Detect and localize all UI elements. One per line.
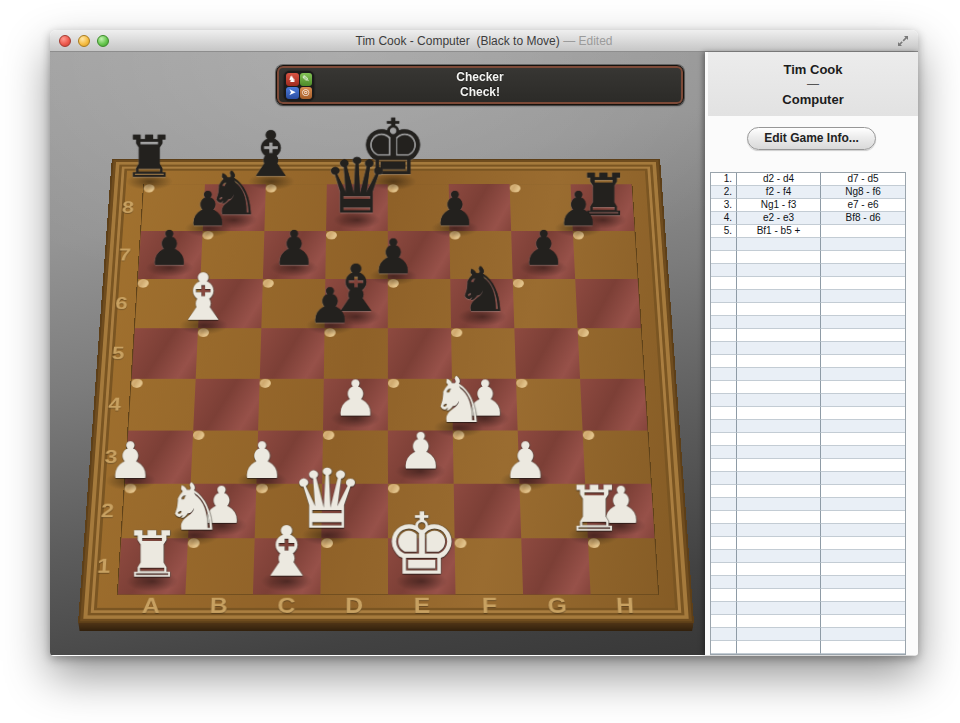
black-rook-a8[interactable]: ♜ xyxy=(123,128,174,185)
black-move xyxy=(821,641,905,654)
move-number xyxy=(711,329,737,342)
move-list-table: 1.d2 - d4d7 - d52.f2 - f4Ng8 - f63.Ng1 -… xyxy=(710,172,906,655)
move-row-empty xyxy=(711,264,905,277)
move-row-empty xyxy=(711,420,905,433)
move-row-empty xyxy=(711,589,905,602)
file-label-d: D xyxy=(320,594,388,618)
white-move xyxy=(737,238,821,251)
move-number xyxy=(711,342,737,355)
move-row-empty xyxy=(711,433,905,446)
black-move xyxy=(821,368,905,381)
white-move xyxy=(737,654,821,655)
move-row-empty xyxy=(711,446,905,459)
square-h4[interactable] xyxy=(580,379,647,431)
black-move: Ng8 - f6 xyxy=(821,186,905,199)
white-move xyxy=(737,303,821,316)
black-move xyxy=(821,459,905,472)
white-move xyxy=(737,433,821,446)
black-move xyxy=(821,225,905,238)
white-move xyxy=(737,485,821,498)
white-move xyxy=(737,472,821,485)
white-move xyxy=(737,407,821,420)
square-e3[interactable]: ♟ xyxy=(387,431,453,484)
square-d4[interactable]: ♟ xyxy=(323,379,388,431)
move-row-empty xyxy=(711,576,905,589)
move-row-3: 3.Ng1 - f3e7 - e6 xyxy=(711,199,905,212)
move-row-empty xyxy=(711,238,905,251)
square-h7[interactable]: ♟ xyxy=(572,231,583,239)
black-pawn-g7[interactable]: ♟ xyxy=(522,224,565,272)
move-row-empty xyxy=(711,641,905,654)
white-move xyxy=(737,277,821,290)
square-b4[interactable] xyxy=(193,379,260,431)
board-front-edge xyxy=(78,621,694,631)
move-row-empty xyxy=(711,251,905,264)
move-number xyxy=(711,368,737,381)
board-3d-wrap: ♜♞♝♛♚♜♟♟♟♟♟♟♝♟♞♝♟♟♟♟♞♟♟♟♟♟♜♞♝♛♚♜ 8765432… xyxy=(78,125,694,637)
square-g2[interactable]: ♟ xyxy=(519,484,531,494)
black-move xyxy=(821,303,905,316)
black-move xyxy=(821,446,905,459)
white-pawn-c2[interactable]: ♟ xyxy=(239,435,284,485)
square-g7[interactable]: ♟ xyxy=(511,231,575,279)
file-label-f: F xyxy=(455,594,523,618)
move-number xyxy=(711,485,737,498)
white-move xyxy=(737,381,821,394)
black-move xyxy=(821,537,905,550)
move-row-2: 2.f2 - f4Ng8 - f6 xyxy=(711,186,905,199)
square-a2[interactable]: ♟ xyxy=(124,484,136,494)
white-move xyxy=(737,524,821,537)
black-move xyxy=(821,628,905,641)
square-e6[interactable]: ♟ xyxy=(387,279,398,288)
move-row-empty xyxy=(711,524,905,537)
titlebar[interactable]: Tim Cook - Computer (Black to Move) — Ed… xyxy=(50,30,918,52)
white-move xyxy=(737,290,821,303)
move-row-empty xyxy=(711,459,905,472)
move-row-empty xyxy=(711,303,905,316)
black-move: e7 - e6 xyxy=(821,199,905,212)
move-number xyxy=(711,563,737,576)
square-d8[interactable]: ♛ xyxy=(326,184,388,231)
move-number xyxy=(711,459,737,472)
rank-label-4: 4 xyxy=(102,394,126,415)
white-move xyxy=(737,511,821,524)
black-move xyxy=(821,277,905,290)
move-number xyxy=(711,576,737,589)
white-bishop-c1[interactable]: ♝ xyxy=(255,517,317,586)
white-move: Bf1 - b5 + xyxy=(737,225,821,238)
move-row-empty xyxy=(711,615,905,628)
square-c1[interactable]: ♝ xyxy=(252,538,320,594)
white-pawn-g2[interactable]: ♟ xyxy=(502,435,547,485)
move-row-empty xyxy=(711,472,905,485)
move-number xyxy=(711,316,737,329)
square-a6[interactable] xyxy=(137,279,149,288)
square-e2[interactable] xyxy=(387,484,399,494)
black-move: d7 - d5 xyxy=(821,173,905,186)
move-row-empty xyxy=(711,407,905,420)
board-grid: ♜♞♝♛♚♜♟♟♟♟♟♟♝♟♞♝♟♟♟♟♞♟♟♟♟♟♜♞♝♛♚♜ xyxy=(117,184,657,594)
move-number xyxy=(711,628,737,641)
move-row-empty xyxy=(711,329,905,342)
move-number xyxy=(711,615,737,628)
move-row-empty xyxy=(711,485,905,498)
players-header: Tim Cook — Computer xyxy=(708,52,918,116)
banner-line1: Checker xyxy=(456,70,503,85)
move-row-empty xyxy=(711,550,905,563)
white-move xyxy=(737,355,821,368)
black-move xyxy=(821,550,905,563)
move-row-empty xyxy=(711,342,905,355)
white-move: Ng1 - f3 xyxy=(737,199,821,212)
move-row-empty xyxy=(711,394,905,407)
black-move xyxy=(821,602,905,615)
rank-label-5: 5 xyxy=(106,343,130,364)
white-pawn-e3[interactable]: ♟ xyxy=(398,426,443,476)
move-row-empty xyxy=(711,498,905,511)
players-separator: — xyxy=(708,78,918,91)
white-move xyxy=(737,615,821,628)
move-number xyxy=(711,381,737,394)
move-row-empty xyxy=(711,290,905,303)
move-number xyxy=(711,446,737,459)
edit-game-info-button[interactable]: Edit Game Info... xyxy=(747,127,876,150)
square-c5[interactable] xyxy=(259,328,324,378)
square-a5[interactable] xyxy=(131,328,197,378)
edited-label: — Edited xyxy=(563,34,612,48)
square-c2[interactable]: ♟ xyxy=(256,484,268,494)
square-f3[interactable]: ♞ xyxy=(452,431,464,440)
square-a8[interactable]: ♜ xyxy=(143,184,154,192)
move-number: 2. xyxy=(711,186,737,199)
move-row-1: 1.d2 - d4d7 - d5 xyxy=(711,173,905,186)
black-move xyxy=(821,472,905,485)
move-number xyxy=(711,420,737,433)
white-move xyxy=(737,628,821,641)
square-h6[interactable] xyxy=(575,279,641,328)
move-number xyxy=(711,355,737,368)
white-king-e1[interactable]: ♚ xyxy=(383,501,460,586)
white-move xyxy=(737,251,821,264)
square-f7[interactable]: ♟ xyxy=(449,231,460,239)
square-c6[interactable] xyxy=(262,279,273,288)
move-row-5: 5.Bf1 - b5 + xyxy=(711,225,905,238)
white-move xyxy=(737,368,821,381)
move-number xyxy=(711,589,737,602)
minimize-button[interactable] xyxy=(78,35,90,47)
white-move xyxy=(737,563,821,576)
black-move xyxy=(821,485,905,498)
white-move xyxy=(737,446,821,459)
move-number xyxy=(711,303,737,316)
square-g4[interactable] xyxy=(516,379,528,388)
square-g6[interactable] xyxy=(512,279,523,288)
black-move xyxy=(821,524,905,537)
white-move: e2 - e3 xyxy=(737,212,821,225)
white-move xyxy=(737,264,821,277)
white-move xyxy=(737,459,821,472)
white-move xyxy=(737,576,821,589)
black-knight-f6[interactable]: ♞ xyxy=(455,260,510,321)
move-row-empty xyxy=(711,563,905,576)
move-row-empty xyxy=(711,316,905,329)
move-number xyxy=(711,641,737,654)
move-number xyxy=(711,407,737,420)
move-row-empty xyxy=(711,511,905,524)
square-e1[interactable]: ♚ xyxy=(387,538,455,594)
traffic-lights xyxy=(59,30,109,52)
black-move xyxy=(821,420,905,433)
square-a4[interactable] xyxy=(131,379,143,388)
move-row-empty xyxy=(711,602,905,615)
black-move xyxy=(821,238,905,251)
move-row-empty xyxy=(711,277,905,290)
black-queen-d8[interactable]: ♛ xyxy=(322,148,390,224)
black-move xyxy=(821,394,905,407)
move-number xyxy=(711,472,737,485)
white-bishop-b5[interactable]: ♝ xyxy=(174,265,232,330)
file-label-e: E xyxy=(387,594,455,618)
move-number xyxy=(711,238,737,251)
black-move xyxy=(821,654,905,655)
move-number xyxy=(711,251,737,264)
white-pawn-a2[interactable]: ♟ xyxy=(107,435,152,485)
close-button[interactable] xyxy=(59,35,71,47)
move-row-4: 4.e2 - e3Bf8 - d6 xyxy=(711,212,905,225)
move-number: 4. xyxy=(711,212,737,225)
move-number xyxy=(711,550,737,563)
rank-label-8: 8 xyxy=(116,198,139,217)
move-number: 1. xyxy=(711,173,737,186)
black-move xyxy=(821,576,905,589)
move-number xyxy=(711,290,737,303)
move-number: 5. xyxy=(711,225,737,238)
black-move xyxy=(821,316,905,329)
black-pawn-c7[interactable]: ♟ xyxy=(272,224,315,272)
white-move xyxy=(737,537,821,550)
square-g8[interactable] xyxy=(509,184,520,192)
white-move xyxy=(737,589,821,602)
square-e4[interactable] xyxy=(387,379,398,388)
square-f5[interactable] xyxy=(451,328,462,337)
white-move xyxy=(737,498,821,511)
square-d3[interactable] xyxy=(322,431,334,440)
move-number xyxy=(711,498,737,511)
square-b1[interactable]: ♞ xyxy=(187,538,199,548)
square-f2[interactable] xyxy=(453,484,521,539)
square-c7[interactable]: ♟ xyxy=(262,231,325,279)
square-h3[interactable] xyxy=(582,431,594,440)
square-b7[interactable]: ♟ xyxy=(202,231,213,239)
move-number xyxy=(711,394,737,407)
white-move xyxy=(737,342,821,355)
chess-board[interactable]: ♜♞♝♛♚♜♟♟♟♟♟♟♝♟♞♝♟♟♟♟♞♟♟♟♟♟♜♞♝♛♚♜ 8765432… xyxy=(78,159,694,623)
white-player-name: Tim Cook xyxy=(708,61,918,78)
move-row-empty xyxy=(711,368,905,381)
square-c4[interactable] xyxy=(259,379,271,388)
rank-label-7: 7 xyxy=(113,245,136,265)
square-d5[interactable]: ♟ xyxy=(324,328,335,337)
white-rook-h1[interactable]: ♜ xyxy=(565,478,621,541)
black-pawn-d5[interactable]: ♟ xyxy=(308,282,351,330)
white-rook-a1[interactable]: ♜ xyxy=(123,523,180,586)
white-move xyxy=(737,316,821,329)
fullscreen-icon[interactable] xyxy=(896,34,910,48)
move-row-empty xyxy=(711,628,905,641)
black-move xyxy=(821,251,905,264)
black-move: Bf8 - d6 xyxy=(821,212,905,225)
move-number xyxy=(711,524,737,537)
move-number xyxy=(711,277,737,290)
rank-label-2: 2 xyxy=(95,500,120,522)
white-move xyxy=(737,329,821,342)
square-g1[interactable] xyxy=(521,538,590,594)
move-row-empty xyxy=(711,654,905,655)
black-move xyxy=(821,342,905,355)
white-move: d2 - d4 xyxy=(737,173,821,186)
square-f6[interactable]: ♞ xyxy=(450,279,514,328)
black-pawn-f7[interactable]: ♟ xyxy=(433,185,475,232)
move-row-empty xyxy=(711,537,905,550)
zoom-button[interactable] xyxy=(97,35,109,47)
square-d1[interactable]: ♛ xyxy=(321,538,333,548)
window-content: ♜♞♝♛♚♜♟♟♟♟♟♟♝♟♞♝♟♟♟♟♞♟♟♟♟♟♜♞♝♛♚♜ 8765432… xyxy=(50,52,918,655)
move-number xyxy=(711,654,737,655)
banner-line2: Check! xyxy=(460,85,500,100)
move-number: 3. xyxy=(711,199,737,212)
file-label-c: C xyxy=(252,594,320,618)
white-move xyxy=(737,550,821,563)
square-b5[interactable]: ♝ xyxy=(197,328,209,337)
square-g5[interactable] xyxy=(514,328,580,378)
white-move xyxy=(737,420,821,433)
file-label-b: B xyxy=(184,594,253,618)
square-c8[interactable]: ♝ xyxy=(265,184,276,192)
banner-text: Checker Check! xyxy=(277,66,683,104)
move-number xyxy=(711,433,737,446)
window-title: Tim Cook - Computer (Black to Move) — Ed… xyxy=(356,34,613,48)
square-b3[interactable] xyxy=(192,431,204,440)
white-move: f2 - f4 xyxy=(737,186,821,199)
square-h1[interactable]: ♜ xyxy=(587,538,599,548)
black-move xyxy=(821,563,905,576)
move-number xyxy=(711,602,737,615)
file-label-a: A xyxy=(116,594,185,618)
edit-button-row: Edit Game Info... xyxy=(705,116,918,164)
white-move xyxy=(737,602,821,615)
rank-label-6: 6 xyxy=(109,293,133,313)
black-move xyxy=(821,264,905,277)
black-move xyxy=(821,498,905,511)
square-a1[interactable]: ♜ xyxy=(117,538,187,594)
black-move xyxy=(821,290,905,303)
move-number xyxy=(711,537,737,550)
black-move xyxy=(821,589,905,602)
board-scene: ♜♞♝♛♚♜♟♟♟♟♟♟♝♟♞♝♟♟♟♟♞♟♟♟♟♟♜♞♝♛♚♜ 8765432… xyxy=(50,52,705,655)
black-move xyxy=(821,355,905,368)
move-number xyxy=(711,511,737,524)
black-move xyxy=(821,329,905,342)
black-move xyxy=(821,381,905,394)
chess-app-window: Tim Cook - Computer (Black to Move) — Ed… xyxy=(50,30,918,656)
black-move xyxy=(821,433,905,446)
white-move xyxy=(737,641,821,654)
square-h5[interactable] xyxy=(577,328,589,337)
black-move xyxy=(821,615,905,628)
black-move xyxy=(821,407,905,420)
rank-label-1: 1 xyxy=(91,555,116,578)
square-d7[interactable] xyxy=(325,231,336,239)
file-label-g: G xyxy=(523,594,592,618)
move-row-empty xyxy=(711,355,905,368)
white-move xyxy=(737,394,821,407)
move-row-empty xyxy=(711,381,905,394)
move-number xyxy=(711,264,737,277)
file-label-h: H xyxy=(590,594,659,618)
game-info-sidebar: Tim Cook — Computer Edit Game Info... 1.… xyxy=(705,52,918,655)
white-pawn-d4[interactable]: ♟ xyxy=(333,374,377,424)
black-player-name: Computer xyxy=(708,91,918,108)
black-pawn-b7[interactable]: ♟ xyxy=(186,185,228,232)
move-announcement-banner: ♞ ✎ ➤ ◎ Checker Check! xyxy=(276,65,684,105)
black-move xyxy=(821,511,905,524)
